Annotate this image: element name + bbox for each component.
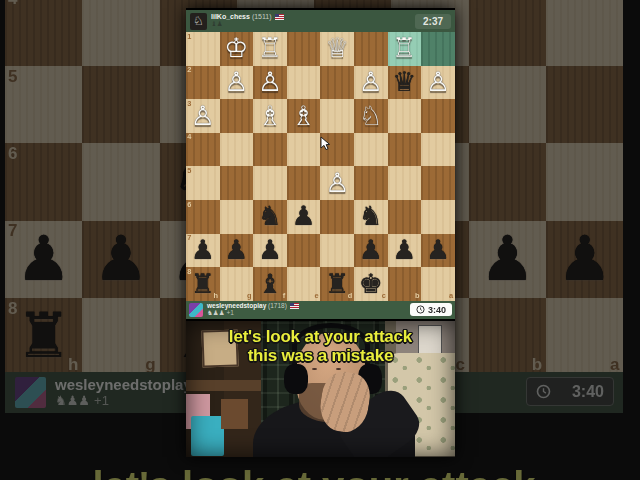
square-e8[interactable]: e [287,267,321,301]
square-b4[interactable] [388,133,422,167]
square-a7[interactable]: ♟ [421,234,455,268]
square-b8[interactable]: b [469,298,546,375]
piece-bP-b7[interactable]: ♟ [388,234,422,268]
piece-bP-h7[interactable]: ♟ [5,221,82,298]
square-f3[interactable]: ♗ [253,99,287,133]
square-d3[interactable] [320,99,354,133]
piece-wR-f1[interactable]: ♖ [253,32,287,66]
square-h7[interactable]: 7♟ [5,221,82,298]
square-h8[interactable]: 8h♜ [186,267,220,301]
us-flag-icon [275,14,284,20]
square-a4[interactable] [421,133,455,167]
piece-bR-h8[interactable]: ♜ [186,267,220,301]
square-h1[interactable]: 1 [186,32,220,66]
clock-icon [536,384,551,399]
bottom-player-info: wesleyneedstoplay (1718) ♞♟♟ +1 [207,302,299,318]
piece-wP-h3[interactable]: ♙ [186,99,220,133]
piece-bQ-b2[interactable]: ♛ [388,66,422,100]
square-c8[interactable]: c♚ [354,267,388,301]
piece-wP-f2[interactable]: ♙ [253,66,287,100]
piece-wP-g2[interactable]: ♙ [220,66,254,100]
piece-bP-c7[interactable]: ♟ [354,234,388,268]
square-a6[interactable] [421,200,455,234]
piece-bR-d8[interactable]: ♜ [320,267,354,301]
piece-wP-c2[interactable]: ♙ [354,66,388,100]
square-b8[interactable]: b [388,267,422,301]
caption-subtitles: let's look at your attack this was a mis… [186,328,455,365]
square-b7[interactable]: ♟ [469,221,546,298]
piece-bB-f8[interactable]: ♝ [253,267,287,301]
square-f2[interactable]: ♙ [253,66,287,100]
material-score: +1 [94,393,109,408]
square-h4[interactable]: 4 [5,0,82,66]
rank-label-5: 5 [187,167,191,174]
square-d1[interactable]: ♕ [320,32,354,66]
caption-line-2: this was a mistake [186,347,455,366]
square-g3[interactable] [220,99,254,133]
video-frame: 1♔♖♕♖2♙♙♙♛♙3♙♗♗♘45♙6♞♟♞7♟♟♟♟♟♟8h♜gf♝ed♜c… [0,0,640,480]
piece-bP-g7[interactable]: ♟ [220,234,254,268]
square-e1[interactable] [287,32,321,66]
piece-wK-g1[interactable]: ♔ [220,32,254,66]
piece-bP-a7[interactable]: ♟ [421,234,455,268]
rank-label-2: 2 [187,66,191,73]
clock-time: 3:40 [428,305,446,315]
square-b7[interactable]: ♟ [388,234,422,268]
square-e3[interactable]: ♗ [287,99,321,133]
top-player-clock: 2:37 [415,14,451,29]
top-player-rating: (1511) [252,13,272,20]
square-g7[interactable]: ♟ [82,221,159,298]
square-e2[interactable] [287,66,321,100]
square-a5[interactable] [546,66,623,143]
piece-wB-e3[interactable]: ♗ [287,99,321,133]
square-b5[interactable] [469,66,546,143]
clock-time: 3:40 [572,383,604,401]
avatar [15,377,46,408]
square-a3[interactable] [421,99,455,133]
square-b6[interactable] [388,200,422,234]
square-h7[interactable]: 7♟ [186,234,220,268]
piece-bR-h8[interactable]: ♜ [5,298,82,375]
piece-bN-c6[interactable]: ♞ [354,200,388,234]
square-c4[interactable] [354,133,388,167]
piece-bP-g7[interactable]: ♟ [82,221,159,298]
square-e4[interactable] [287,133,321,167]
square-f8[interactable]: f♝ [253,267,287,301]
square-b4[interactable] [469,0,546,66]
square-h5[interactable]: 5 [186,166,220,200]
square-h2[interactable]: 2 [186,66,220,100]
square-b3[interactable] [388,99,422,133]
avatar-knight-icon: ♘ [193,14,204,28]
piece-bP-a7[interactable]: ♟ [546,221,623,298]
bottom-player-rating: (1718) [268,302,287,309]
square-c3[interactable]: ♘ [354,99,388,133]
square-g4[interactable] [220,133,254,167]
rank-label-6: 6 [8,145,17,162]
square-g5[interactable] [220,166,254,200]
square-a6[interactable] [546,143,623,220]
square-a8[interactable]: a [546,298,623,375]
square-g7[interactable]: ♟ [220,234,254,268]
piece-bK-c8[interactable]: ♚ [354,267,388,301]
bottom-player-clock: 3:40 [410,303,452,316]
square-b2[interactable]: ♛ [388,66,422,100]
file-label-e: e [315,292,319,299]
square-c7[interactable]: ♟ [354,234,388,268]
piece-bP-b7[interactable]: ♟ [469,221,546,298]
top-player-avatar[interactable]: ♘ [190,13,207,30]
square-f4[interactable] [253,133,287,167]
bottom-captured-pieces: ♞♟♟ +1 [207,309,299,317]
background-clock: 3:40 [526,377,614,406]
square-g6[interactable] [220,200,254,234]
square-e5[interactable] [287,166,321,200]
bottom-material-score: +1 [227,309,234,316]
square-h6[interactable]: 6 [186,200,220,234]
rank-label-4: 4 [187,133,191,140]
piece-bP-e6[interactable]: ♟ [287,200,321,234]
square-g1[interactable]: ♔ [220,32,254,66]
square-d8[interactable]: d♜ [320,267,354,301]
piece-wR-b1[interactable]: ♖ [388,32,422,66]
rank-label-6: 6 [187,201,191,208]
piece-wP-a2[interactable]: ♙ [421,66,455,100]
square-f1[interactable]: ♖ [253,32,287,66]
square-d6[interactable] [320,200,354,234]
square-g6[interactable] [82,143,159,220]
piece-wB-f3[interactable]: ♗ [253,99,287,133]
square-d2[interactable] [320,66,354,100]
square-g5[interactable] [82,66,159,143]
top-player-info: lilKo_chess (1511) ♝♟ [211,13,284,29]
piece-bP-h7[interactable]: ♟ [186,234,220,268]
us-flag-icon [290,303,299,309]
square-b6[interactable] [469,143,546,220]
file-label-b: b [532,356,542,373]
file-label-g: g [145,356,155,373]
square-a4[interactable] [546,0,623,66]
piece-wQ-d1[interactable]: ♕ [320,32,354,66]
piece-wN-c3[interactable]: ♘ [354,99,388,133]
square-h8[interactable]: 8h♜ [5,298,82,375]
rank-label-5: 5 [8,68,17,85]
square-f5[interactable] [253,166,287,200]
square-g8[interactable]: g [82,298,159,375]
file-label-a: a [610,356,619,373]
square-c5[interactable] [354,166,388,200]
caption-line-1: let's look at your attack [186,328,455,347]
square-h6[interactable]: 6 [5,143,82,220]
mouse-pointer-icon [320,136,332,151]
square-a1[interactable] [421,32,455,66]
piece-bN-f6[interactable]: ♞ [253,200,287,234]
chess-board: 1♔♖♕♖2♙♙♙♛♙3♙♗♗♘45♙6♞♟♞7♟♟♟♟♟♟8h♜gf♝ed♜c… [186,32,455,301]
top-player-bar: ♘ lilKo_chess (1511) ♝♟ 2:37 [186,10,455,32]
rank-label-1: 1 [187,33,191,40]
square-g8[interactable]: g [220,267,254,301]
square-a8[interactable]: a [421,267,455,301]
square-h5[interactable]: 5 [5,66,82,143]
clock-icon [416,305,425,314]
piece-bP-f7[interactable]: ♟ [253,234,287,268]
square-e7[interactable] [287,234,321,268]
top-captured-pieces: ♝♟ [211,21,284,28]
square-e6[interactable]: ♟ [287,200,321,234]
square-a2[interactable]: ♙ [421,66,455,100]
square-d7[interactable] [320,234,354,268]
square-g2[interactable]: ♙ [220,66,254,100]
file-label-a: a [449,292,453,299]
file-label-b: b [415,292,420,299]
square-d5[interactable]: ♙ [320,166,354,200]
bottom-player-bar: wesleyneedstoplay (1718) ♞♟♟ +1 3:40 [186,301,455,319]
bottom-player-name[interactable]: wesleyneedstoplay (1718) [207,302,287,309]
square-b1[interactable]: ♖ [388,32,422,66]
square-g4[interactable] [82,0,159,66]
square-a5[interactable] [421,166,455,200]
piece-wP-d5[interactable]: ♙ [320,166,354,200]
square-c1[interactable] [354,32,388,66]
square-b5[interactable] [388,166,422,200]
square-h4[interactable]: 4 [186,133,220,167]
square-c2[interactable]: ♙ [354,66,388,100]
background-giant-caption: let's look at your attack [0,464,628,480]
square-h3[interactable]: 3♙ [186,99,220,133]
bottom-player-avatar[interactable] [189,303,203,317]
stream-column: ♘ lilKo_chess (1511) ♝♟ 2:37 1♔♖♕♖2♙♙♙♛♙… [186,8,455,457]
square-c6[interactable]: ♞ [354,200,388,234]
square-f7[interactable]: ♟ [253,234,287,268]
square-a7[interactable]: ♟ [546,221,623,298]
rank-label-4: 4 [8,0,17,7]
file-label-g: g [247,292,252,299]
square-f6[interactable]: ♞ [253,200,287,234]
